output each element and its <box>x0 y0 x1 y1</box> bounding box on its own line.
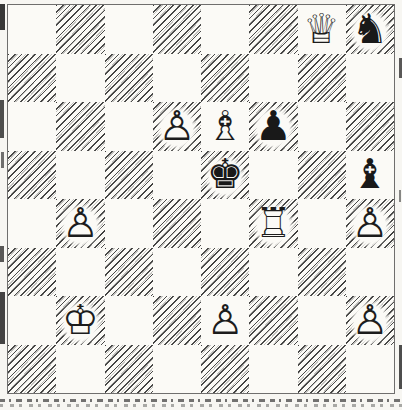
square-d7[interactable] <box>153 54 201 103</box>
square-g5[interactable] <box>298 151 346 200</box>
square-d2[interactable] <box>153 296 201 345</box>
square-h1[interactable] <box>346 345 394 394</box>
square-e3[interactable] <box>201 248 249 297</box>
scan-artifact <box>0 100 4 138</box>
white-rook[interactable]: ♖ <box>249 199 297 248</box>
square-a4[interactable] <box>8 199 56 248</box>
square-g3[interactable] <box>298 248 346 297</box>
square-e6[interactable]: ♗ <box>201 102 249 151</box>
square-a7[interactable] <box>8 54 56 103</box>
square-f4[interactable]: ♖ <box>249 199 297 248</box>
square-h3[interactable] <box>346 248 394 297</box>
white-king[interactable]: ♔ <box>56 296 104 345</box>
square-a5[interactable] <box>8 151 56 200</box>
black-pawn[interactable]: ♟ <box>249 102 297 151</box>
square-c4[interactable] <box>105 199 153 248</box>
square-b6[interactable] <box>56 102 104 151</box>
square-h8[interactable]: ♞ <box>346 5 394 54</box>
scan-noise-line <box>0 399 402 402</box>
square-b5[interactable] <box>56 151 104 200</box>
square-c1[interactable] <box>105 345 153 394</box>
square-g8[interactable]: ♕ <box>298 5 346 54</box>
scan-artifact <box>1 152 4 168</box>
square-h6[interactable] <box>346 102 394 151</box>
white-pawn[interactable]: ♙ <box>153 102 201 151</box>
white-pawn[interactable]: ♙ <box>56 199 104 248</box>
square-b4[interactable]: ♙ <box>56 199 104 248</box>
square-b3[interactable] <box>56 248 104 297</box>
square-d5[interactable] <box>153 151 201 200</box>
scan-artifact <box>399 190 401 202</box>
square-e5[interactable]: ♚ <box>201 151 249 200</box>
square-g7[interactable] <box>298 54 346 103</box>
square-e4[interactable] <box>201 199 249 248</box>
chess-board: ♕♞♙♗♟♚♝♙♖♙♔♙♙ <box>7 4 395 394</box>
square-e8[interactable] <box>201 5 249 54</box>
square-d4[interactable] <box>153 199 201 248</box>
square-h5[interactable]: ♝ <box>346 151 394 200</box>
square-h2[interactable]: ♙ <box>346 296 394 345</box>
square-c5[interactable] <box>105 151 153 200</box>
square-f7[interactable] <box>249 54 297 103</box>
scan-artifact <box>0 4 5 30</box>
square-c8[interactable] <box>105 5 153 54</box>
square-f8[interactable] <box>249 5 297 54</box>
square-d3[interactable] <box>153 248 201 297</box>
white-pawn[interactable]: ♙ <box>346 199 394 248</box>
white-queen[interactable]: ♕ <box>298 5 346 54</box>
black-bishop[interactable]: ♝ <box>346 151 394 200</box>
square-b8[interactable] <box>56 5 104 54</box>
scan-artifact <box>0 246 4 262</box>
square-g4[interactable] <box>298 199 346 248</box>
square-a8[interactable] <box>8 5 56 54</box>
square-e2[interactable]: ♙ <box>201 296 249 345</box>
square-e1[interactable] <box>201 345 249 394</box>
white-pawn[interactable]: ♙ <box>346 296 394 345</box>
square-g6[interactable] <box>298 102 346 151</box>
square-g2[interactable] <box>298 296 346 345</box>
scan-artifact <box>0 292 5 344</box>
square-d8[interactable] <box>153 5 201 54</box>
square-h4[interactable]: ♙ <box>346 199 394 248</box>
square-h7[interactable] <box>346 54 394 103</box>
square-c3[interactable] <box>105 248 153 297</box>
square-a3[interactable] <box>8 248 56 297</box>
square-b1[interactable] <box>56 345 104 394</box>
square-e7[interactable] <box>201 54 249 103</box>
square-a2[interactable] <box>8 296 56 345</box>
black-knight[interactable]: ♞ <box>346 5 394 54</box>
square-g1[interactable] <box>298 345 346 394</box>
square-f5[interactable] <box>249 151 297 200</box>
square-f2[interactable] <box>249 296 297 345</box>
square-c2[interactable] <box>105 296 153 345</box>
scan-noise-caption <box>0 397 402 409</box>
square-d6[interactable]: ♙ <box>153 102 201 151</box>
square-a6[interactable] <box>8 102 56 151</box>
square-b2[interactable]: ♔ <box>56 296 104 345</box>
black-king[interactable]: ♚ <box>201 151 249 200</box>
square-d1[interactable] <box>153 345 201 394</box>
white-bishop[interactable]: ♗ <box>201 102 249 151</box>
square-c6[interactable] <box>105 102 153 151</box>
scan-noise-line <box>0 404 402 407</box>
square-f3[interactable] <box>249 248 297 297</box>
square-f6[interactable]: ♟ <box>249 102 297 151</box>
square-f1[interactable] <box>249 345 297 394</box>
square-c7[interactable] <box>105 54 153 103</box>
square-a1[interactable] <box>8 345 56 394</box>
square-b7[interactable] <box>56 54 104 103</box>
white-pawn[interactable]: ♙ <box>201 296 249 345</box>
